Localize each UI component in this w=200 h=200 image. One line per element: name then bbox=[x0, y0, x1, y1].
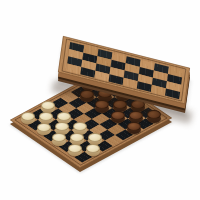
checker-disc-top bbox=[57, 112, 71, 121]
checker-piece-light[interactable] bbox=[68, 144, 82, 157]
checker-piece-dark[interactable] bbox=[111, 111, 125, 124]
checker-disc-top bbox=[86, 144, 100, 153]
checker-disc-top bbox=[111, 111, 125, 120]
checker-disc-top bbox=[73, 122, 87, 131]
checker-piece-light[interactable] bbox=[52, 133, 66, 146]
checker-disc-top bbox=[21, 112, 35, 121]
checker-disc-top bbox=[127, 122, 141, 131]
checker-piece-light[interactable] bbox=[21, 112, 35, 125]
checkers-set-photo bbox=[0, 0, 200, 200]
checker-piece-light[interactable] bbox=[86, 144, 100, 157]
checker-piece-dark[interactable] bbox=[127, 122, 141, 135]
checker-disc-top bbox=[37, 123, 51, 132]
checker-disc-top bbox=[68, 144, 82, 153]
checker-piece-light[interactable] bbox=[37, 123, 51, 136]
checker-disc-top bbox=[88, 133, 102, 142]
checker-disc-top bbox=[39, 112, 53, 121]
